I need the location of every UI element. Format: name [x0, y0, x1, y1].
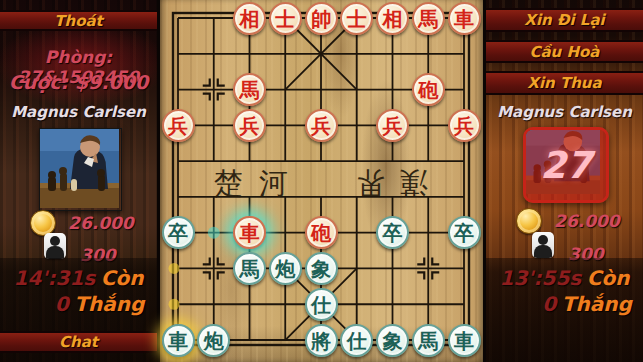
right-wins-label: Thắng: [562, 292, 632, 316]
chat-button-label: Chat: [59, 333, 98, 351]
bet-amount: Cược: $9.000: [0, 71, 157, 93]
exit-button[interactable]: Thoát: [0, 10, 157, 31]
turn-countdown: 27: [526, 130, 606, 200]
xiangqi-board[interactable]: 楚河 漢界 相士帥士相馬車馬砲兵兵兵兵兵車砲卒卒卒馬炮象仕車炮將仕象馬車: [160, 0, 483, 362]
piece-black-horse[interactable]: 馬: [412, 324, 445, 357]
piece-red-soldier[interactable]: 兵: [305, 109, 338, 142]
right-time-label: Còn: [587, 266, 630, 290]
piece-black-elephant[interactable]: 象: [305, 252, 338, 285]
undo-request-button[interactable]: Xin Đi Lại: [486, 8, 643, 32]
piece-red-advisor[interactable]: 士: [269, 2, 302, 35]
person-icon: [44, 233, 66, 259]
right-coins-row: 26.000: [516, 208, 620, 234]
undo-request-label: Xin Đi Lại: [524, 11, 604, 29]
piece-black-soldier[interactable]: 卒: [376, 216, 409, 249]
left-wins: 0 Thắng: [0, 292, 157, 316]
piece-black-cannon[interactable]: 炮: [269, 252, 302, 285]
left-coins-value: 26.000: [68, 213, 134, 233]
piece-red-elephant[interactable]: 相: [376, 2, 409, 35]
piece-black-advisor[interactable]: 仕: [340, 324, 373, 357]
piece-red-cannon[interactable]: 砲: [412, 73, 445, 106]
left-wins-value: 0: [55, 292, 69, 316]
piece-red-horse[interactable]: 馬: [233, 73, 266, 106]
piece-red-soldier[interactable]: 兵: [162, 109, 195, 142]
left-time-value: 14':31s: [14, 266, 96, 290]
left-panel: Thoát Phòng: 27&1502450 Cược: $9.000 Mag…: [0, 0, 160, 362]
piece-red-chariot[interactable]: 車: [233, 216, 266, 249]
right-player-name: Magnus Carlsen: [486, 103, 643, 121]
piece-red-soldier[interactable]: 兵: [448, 109, 481, 142]
right-player-photo: 27: [523, 127, 609, 203]
piece-red-chariot[interactable]: 車: [448, 2, 481, 35]
right-panel: Xin Đi Lại Cầu Hoà Xin Thua Magnus Carls…: [483, 0, 643, 362]
chat-button[interactable]: Chat: [0, 331, 157, 353]
left-player-name: Magnus Carlsen: [0, 103, 157, 121]
resign-label: Xin Thua: [527, 74, 601, 92]
coin-icon: [516, 208, 542, 234]
right-level-row: 300: [532, 232, 604, 258]
piece-black-soldier[interactable]: 卒: [448, 216, 481, 249]
piece-black-cannon[interactable]: 炮: [197, 324, 230, 357]
exit-button-label: Thoát: [54, 12, 103, 30]
right-wins: 0 Thắng: [486, 292, 643, 316]
left-player-photo: [39, 128, 122, 211]
piece-black-general[interactable]: 將: [305, 324, 338, 357]
piece-red-cannon[interactable]: 砲: [305, 216, 338, 249]
piece-black-advisor[interactable]: 仕: [305, 288, 338, 321]
left-time-label: Còn: [101, 266, 144, 290]
right-time-value: 13':55s: [500, 266, 582, 290]
resign-button[interactable]: Xin Thua: [486, 71, 643, 95]
pieces-layer: 相士帥士相馬車馬砲兵兵兵兵兵車砲卒卒卒馬炮象仕車炮將仕象馬車: [160, 0, 483, 362]
piece-black-chariot[interactable]: 車: [162, 324, 195, 357]
draw-offer-button[interactable]: Cầu Hoà: [486, 40, 643, 63]
piece-red-advisor[interactable]: 士: [340, 2, 373, 35]
piece-black-horse[interactable]: 馬: [233, 252, 266, 285]
right-coins-value: 26.000: [554, 211, 620, 231]
piece-red-soldier[interactable]: 兵: [233, 109, 266, 142]
right-wins-value: 0: [542, 292, 556, 316]
piece-red-soldier[interactable]: 兵: [376, 109, 409, 142]
xiangqi-game-screen: Thoát Phòng: 27&1502450 Cược: $9.000 Mag…: [0, 0, 643, 362]
piece-red-elephant[interactable]: 相: [233, 2, 266, 35]
left-wins-label: Thắng: [74, 292, 144, 316]
piece-red-general[interactable]: 帥: [305, 2, 338, 35]
person-icon: [532, 232, 554, 258]
piece-black-soldier[interactable]: 卒: [162, 216, 195, 249]
left-time-remaining: 14':31s Còn: [0, 266, 157, 290]
left-player-photo-image: [40, 129, 119, 208]
piece-black-elephant[interactable]: 象: [376, 324, 409, 357]
piece-red-horse[interactable]: 馬: [412, 2, 445, 35]
right-time-remaining: 13':55s Còn: [486, 266, 643, 290]
draw-offer-label: Cầu Hoà: [529, 43, 599, 61]
left-level-row: 300: [44, 233, 116, 259]
piece-black-chariot[interactable]: 車: [448, 324, 481, 357]
